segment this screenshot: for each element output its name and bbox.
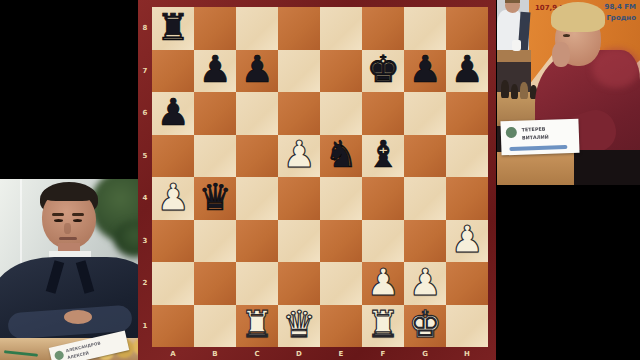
square-e2[interactable] [320, 262, 362, 305]
square-g8[interactable] [404, 7, 446, 50]
captured-piece [501, 80, 509, 98]
square-e5[interactable]: ♞︎ [320, 135, 362, 178]
file-label-a: A [152, 347, 194, 360]
cup [512, 40, 521, 51]
square-g7[interactable]: ♟︎ [404, 50, 446, 93]
rank-label-4: 4 [138, 177, 152, 220]
piece-black-bishop-f5[interactable]: ♝︎ [366, 136, 399, 173]
rank-label-8: 8 [138, 7, 152, 50]
square-e8[interactable] [320, 7, 362, 50]
board-grid: ♜︎♟︎♟︎♚︎♟︎♟︎♟︎♟︎♞︎♝︎♟︎♛︎♟︎♟︎♟︎♜︎♛︎♜︎♚︎ [152, 7, 488, 347]
square-a4[interactable]: ♟︎ [152, 177, 194, 220]
left-player-nose [64, 223, 71, 234]
piece-black-pawn-g7[interactable]: ♟︎ [408, 51, 441, 88]
square-d4[interactable] [278, 177, 320, 220]
rank-label-6: 6 [138, 92, 152, 135]
left-player-photo: АЛЕКСАНДРОВ АЛЕКСЕЙ [0, 179, 148, 360]
piece-black-knight-e5[interactable]: ♞︎ [324, 136, 357, 173]
file-label-h: H [446, 347, 488, 360]
square-d3[interactable] [278, 220, 320, 263]
rank-label-3: 3 [138, 220, 152, 263]
square-f7[interactable]: ♚︎ [362, 50, 404, 93]
square-g3[interactable] [404, 220, 446, 263]
left-player-brow [72, 213, 84, 216]
square-a6[interactable]: ♟︎ [152, 92, 194, 135]
square-d7[interactable] [278, 50, 320, 93]
piece-black-queen-b4[interactable]: ♛︎ [198, 179, 231, 216]
square-f2[interactable]: ♟︎ [362, 262, 404, 305]
square-b6[interactable] [194, 92, 236, 135]
square-h5[interactable] [446, 135, 488, 178]
name-card-subtitle-bar [509, 145, 567, 151]
chess-board: 87654321 ♜︎♟︎♟︎♚︎♟︎♟︎♟︎♟︎♞︎♝︎♟︎♛︎♟︎♟︎♟︎♜… [138, 0, 496, 360]
square-b7[interactable]: ♟︎ [194, 50, 236, 93]
shadow-area [574, 150, 640, 185]
file-label-b: B [194, 347, 236, 360]
square-g5[interactable] [404, 135, 446, 178]
square-h6[interactable] [446, 92, 488, 135]
square-e4[interactable] [320, 177, 362, 220]
side-table [497, 50, 531, 62]
square-f8[interactable] [362, 7, 404, 50]
file-label-g: G [404, 347, 446, 360]
federation-logo-icon [54, 350, 65, 360]
square-a8[interactable]: ♜︎ [152, 7, 194, 50]
piece-white-rook-f1[interactable]: ♜︎ [366, 306, 399, 343]
square-c2[interactable] [236, 262, 278, 305]
captured-piece [511, 84, 518, 99]
left-player-eye [73, 219, 82, 222]
square-f4[interactable] [362, 177, 404, 220]
right-player-shoulder [592, 48, 640, 88]
square-b3[interactable] [194, 220, 236, 263]
chair [497, 152, 577, 185]
file-label-d: D [278, 347, 320, 360]
piece-white-pawn-f2[interactable]: ♟︎ [366, 264, 399, 301]
right-player-photo: 107,9 FM 98,4 FM Гродно Витебск 6 FM Т [497, 0, 640, 185]
piece-black-rook-a8[interactable]: ♜︎ [156, 9, 189, 46]
left-player-hands [64, 310, 92, 324]
rank-label-5: 5 [138, 135, 152, 178]
square-c3[interactable] [236, 220, 278, 263]
piece-white-king-g1[interactable]: ♚︎ [408, 306, 441, 343]
square-g6[interactable] [404, 92, 446, 135]
square-b5[interactable] [194, 135, 236, 178]
piece-black-pawn-c7[interactable]: ♟︎ [240, 51, 273, 88]
piece-white-queen-d1[interactable]: ♛︎ [282, 306, 315, 343]
right-player-eye [563, 34, 570, 37]
file-label-f: F [362, 347, 404, 360]
square-a3[interactable] [152, 220, 194, 263]
right-name-card: ТЕТЕРЕВ ВИТАЛИЙ [500, 119, 579, 156]
square-h4[interactable] [446, 177, 488, 220]
square-g4[interactable] [404, 177, 446, 220]
piece-white-pawn-d5[interactable]: ♟︎ [282, 136, 315, 173]
piece-white-pawn-g2[interactable]: ♟︎ [408, 264, 441, 301]
piece-black-king-f7[interactable]: ♚︎ [366, 51, 399, 88]
piece-black-pawn-b7[interactable]: ♟︎ [198, 51, 231, 88]
square-e7[interactable] [320, 50, 362, 93]
square-d8[interactable] [278, 7, 320, 50]
square-d2[interactable] [278, 262, 320, 305]
rank-label-2: 2 [138, 262, 152, 305]
banner-frequency-right: 98,4 FM [605, 3, 636, 11]
file-labels: ABCDEFGH [152, 347, 488, 360]
rank-label-7: 7 [138, 50, 152, 93]
square-c7[interactable]: ♟︎ [236, 50, 278, 93]
square-d6[interactable] [278, 92, 320, 135]
square-h2[interactable] [446, 262, 488, 305]
square-e3[interactable] [320, 220, 362, 263]
square-a2[interactable] [152, 262, 194, 305]
square-f5[interactable]: ♝︎ [362, 135, 404, 178]
captured-piece [520, 82, 528, 99]
background-person-hair [505, 0, 520, 3]
right-name-card-line1: ТЕТЕРЕВ [522, 126, 546, 132]
piece-black-pawn-h7[interactable]: ♟︎ [450, 51, 483, 88]
left-player-hairline [43, 185, 95, 201]
piece-white-rook-c1[interactable]: ♜︎ [240, 306, 273, 343]
square-f3[interactable] [362, 220, 404, 263]
square-d1[interactable]: ♛︎ [278, 305, 320, 348]
right-player-hair [551, 2, 605, 32]
piece-black-pawn-a6[interactable]: ♟︎ [156, 94, 189, 131]
file-label-c: C [236, 347, 278, 360]
square-h8[interactable] [446, 7, 488, 50]
square-g2[interactable]: ♟︎ [404, 262, 446, 305]
right-player-hand [552, 42, 570, 67]
square-c1[interactable]: ♜︎ [236, 305, 278, 348]
square-h1[interactable] [446, 305, 488, 348]
square-h7[interactable]: ♟︎ [446, 50, 488, 93]
square-a7[interactable] [152, 50, 194, 93]
square-d5[interactable]: ♟︎ [278, 135, 320, 178]
square-a1[interactable] [152, 305, 194, 348]
square-b2[interactable] [194, 262, 236, 305]
banner-city-grodno: Гродно [606, 14, 636, 22]
left-player-mouth [59, 237, 77, 240]
video-frame: АЛЕКСАНДРОВ АЛЕКСЕЙ 107,9 FM 98,4 FM Гро… [0, 0, 640, 360]
square-b4[interactable]: ♛︎ [194, 177, 236, 220]
square-c5[interactable] [236, 135, 278, 178]
square-f6[interactable] [362, 92, 404, 135]
left-player-brow [52, 213, 64, 216]
file-label-e: E [320, 347, 362, 360]
square-a5[interactable] [152, 135, 194, 178]
square-e6[interactable] [320, 92, 362, 135]
square-b1[interactable] [194, 305, 236, 348]
square-f1[interactable]: ♜︎ [362, 305, 404, 348]
piece-white-pawn-h3[interactable]: ♟︎ [450, 221, 483, 258]
square-e1[interactable] [320, 305, 362, 348]
federation-logo-icon [506, 127, 517, 138]
rank-label-1: 1 [138, 305, 152, 348]
square-g1[interactable]: ♚︎ [404, 305, 446, 348]
rank-labels: 87654321 [138, 7, 152, 347]
square-c8[interactable] [236, 7, 278, 50]
right-name-card-line2: ВИТАЛИЙ [522, 134, 549, 141]
square-h3[interactable]: ♟︎ [446, 220, 488, 263]
square-b8[interactable] [194, 7, 236, 50]
square-c6[interactable] [236, 92, 278, 135]
square-c4[interactable] [236, 177, 278, 220]
left-player-eye [54, 219, 63, 222]
piece-white-pawn-a4[interactable]: ♟︎ [156, 179, 189, 216]
